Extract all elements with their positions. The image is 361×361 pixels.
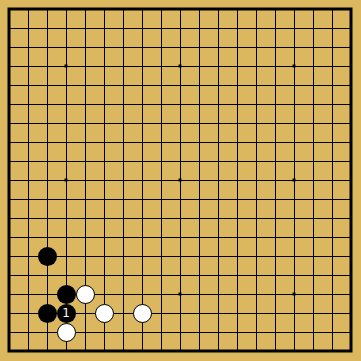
intersection[interactable] (19, 38, 38, 57)
intersection[interactable] (228, 38, 247, 57)
intersection[interactable] (342, 0, 361, 19)
intersection[interactable] (228, 247, 247, 266)
intersection[interactable] (57, 0, 76, 19)
intersection[interactable] (0, 0, 19, 19)
intersection[interactable] (266, 228, 285, 247)
intersection[interactable] (0, 228, 19, 247)
intersection[interactable] (152, 190, 171, 209)
intersection[interactable] (228, 95, 247, 114)
intersection[interactable] (19, 266, 38, 285)
intersection[interactable] (95, 285, 114, 304)
intersection[interactable]: 1 (57, 304, 76, 323)
intersection[interactable] (209, 38, 228, 57)
intersection[interactable] (228, 342, 247, 361)
intersection[interactable] (38, 57, 57, 76)
intersection[interactable] (342, 38, 361, 57)
intersection[interactable] (57, 133, 76, 152)
intersection[interactable] (95, 342, 114, 361)
intersection[interactable] (323, 133, 342, 152)
intersection[interactable] (57, 57, 76, 76)
intersection[interactable] (323, 57, 342, 76)
intersection[interactable] (247, 342, 266, 361)
intersection[interactable] (247, 19, 266, 38)
intersection[interactable] (133, 133, 152, 152)
intersection[interactable] (0, 76, 19, 95)
intersection[interactable] (209, 228, 228, 247)
intersection[interactable] (266, 0, 285, 19)
intersection[interactable] (304, 171, 323, 190)
intersection[interactable] (228, 133, 247, 152)
intersection[interactable] (114, 133, 133, 152)
intersection[interactable] (171, 266, 190, 285)
intersection[interactable] (133, 247, 152, 266)
intersection[interactable] (304, 247, 323, 266)
intersection[interactable] (228, 0, 247, 19)
intersection[interactable] (285, 76, 304, 95)
intersection[interactable] (285, 190, 304, 209)
intersection[interactable] (133, 76, 152, 95)
intersection[interactable] (133, 57, 152, 76)
intersection[interactable] (133, 323, 152, 342)
intersection[interactable] (304, 57, 323, 76)
intersection[interactable] (95, 133, 114, 152)
intersection[interactable] (285, 19, 304, 38)
intersection[interactable] (57, 228, 76, 247)
intersection[interactable] (323, 76, 342, 95)
intersection[interactable] (190, 190, 209, 209)
intersection[interactable] (285, 342, 304, 361)
intersection[interactable] (342, 95, 361, 114)
intersection[interactable] (76, 38, 95, 57)
intersection[interactable] (133, 228, 152, 247)
intersection[interactable] (0, 171, 19, 190)
intersection[interactable] (95, 190, 114, 209)
intersection[interactable] (19, 304, 38, 323)
intersection[interactable] (38, 19, 57, 38)
intersection[interactable] (152, 323, 171, 342)
intersection[interactable] (57, 171, 76, 190)
intersection[interactable] (209, 57, 228, 76)
intersection[interactable] (209, 19, 228, 38)
intersection[interactable] (266, 190, 285, 209)
intersection[interactable] (247, 323, 266, 342)
intersection[interactable] (19, 114, 38, 133)
intersection[interactable] (152, 57, 171, 76)
intersection[interactable] (342, 171, 361, 190)
intersection[interactable] (342, 114, 361, 133)
intersection[interactable] (19, 171, 38, 190)
intersection[interactable] (152, 342, 171, 361)
intersection[interactable] (247, 285, 266, 304)
intersection[interactable] (114, 342, 133, 361)
intersection[interactable] (152, 114, 171, 133)
intersection[interactable] (76, 76, 95, 95)
intersection[interactable] (323, 19, 342, 38)
intersection[interactable] (209, 171, 228, 190)
intersection[interactable] (171, 95, 190, 114)
intersection[interactable] (190, 57, 209, 76)
intersection[interactable] (152, 76, 171, 95)
intersection[interactable] (342, 247, 361, 266)
intersection[interactable] (76, 152, 95, 171)
intersection[interactable] (247, 57, 266, 76)
intersection[interactable] (285, 0, 304, 19)
intersection[interactable] (304, 133, 323, 152)
intersection[interactable] (114, 95, 133, 114)
intersection[interactable] (209, 342, 228, 361)
intersection[interactable] (342, 190, 361, 209)
intersection[interactable] (342, 152, 361, 171)
intersection[interactable] (285, 57, 304, 76)
intersection[interactable] (171, 57, 190, 76)
intersection[interactable] (323, 0, 342, 19)
intersection[interactable] (285, 247, 304, 266)
intersection[interactable] (114, 114, 133, 133)
intersection[interactable] (0, 152, 19, 171)
intersection[interactable] (323, 342, 342, 361)
intersection[interactable] (76, 190, 95, 209)
intersection[interactable] (190, 266, 209, 285)
intersection[interactable] (247, 190, 266, 209)
intersection[interactable] (133, 19, 152, 38)
intersection[interactable] (342, 209, 361, 228)
intersection[interactable] (247, 38, 266, 57)
intersection[interactable] (228, 76, 247, 95)
intersection[interactable] (304, 228, 323, 247)
intersection[interactable] (0, 19, 19, 38)
intersection[interactable] (266, 304, 285, 323)
intersection[interactable] (76, 114, 95, 133)
intersection[interactable] (19, 133, 38, 152)
intersection[interactable] (228, 209, 247, 228)
intersection[interactable] (266, 209, 285, 228)
intersection[interactable] (19, 247, 38, 266)
intersection[interactable] (57, 38, 76, 57)
intersection[interactable] (0, 133, 19, 152)
intersection[interactable] (342, 342, 361, 361)
intersection[interactable] (285, 171, 304, 190)
intersection[interactable] (247, 114, 266, 133)
intersection[interactable] (342, 266, 361, 285)
intersection[interactable] (304, 285, 323, 304)
intersection[interactable] (342, 228, 361, 247)
intersection[interactable] (209, 133, 228, 152)
intersection[interactable] (95, 247, 114, 266)
intersection[interactable] (133, 209, 152, 228)
intersection[interactable] (342, 285, 361, 304)
intersection[interactable] (152, 285, 171, 304)
intersection[interactable] (152, 228, 171, 247)
intersection[interactable] (152, 266, 171, 285)
intersection[interactable] (0, 323, 19, 342)
intersection[interactable] (19, 228, 38, 247)
intersection[interactable] (190, 228, 209, 247)
intersection[interactable] (0, 285, 19, 304)
intersection[interactable] (152, 171, 171, 190)
intersection[interactable] (0, 190, 19, 209)
intersection[interactable] (19, 342, 38, 361)
intersection[interactable] (190, 285, 209, 304)
intersection[interactable] (266, 323, 285, 342)
intersection[interactable] (38, 285, 57, 304)
intersection[interactable] (114, 304, 133, 323)
intersection[interactable] (152, 247, 171, 266)
intersection[interactable] (266, 38, 285, 57)
intersection[interactable] (76, 228, 95, 247)
intersection[interactable] (342, 133, 361, 152)
intersection[interactable] (323, 228, 342, 247)
intersection[interactable] (266, 247, 285, 266)
intersection[interactable] (95, 304, 114, 323)
intersection[interactable] (76, 19, 95, 38)
intersection[interactable] (209, 114, 228, 133)
intersection[interactable] (209, 152, 228, 171)
intersection[interactable] (57, 95, 76, 114)
intersection[interactable] (228, 228, 247, 247)
intersection[interactable] (304, 95, 323, 114)
intersection[interactable] (76, 285, 95, 304)
intersection[interactable] (19, 285, 38, 304)
intersection[interactable] (209, 76, 228, 95)
intersection[interactable] (152, 209, 171, 228)
intersection[interactable] (323, 171, 342, 190)
intersection[interactable] (19, 95, 38, 114)
intersection[interactable] (304, 266, 323, 285)
intersection[interactable] (38, 114, 57, 133)
intersection[interactable] (209, 0, 228, 19)
intersection[interactable] (152, 38, 171, 57)
intersection[interactable] (190, 0, 209, 19)
intersection[interactable] (247, 0, 266, 19)
intersection[interactable] (114, 323, 133, 342)
intersection[interactable] (152, 133, 171, 152)
intersection[interactable] (133, 266, 152, 285)
intersection[interactable] (247, 76, 266, 95)
intersection[interactable] (190, 114, 209, 133)
intersection[interactable] (285, 285, 304, 304)
intersection[interactable] (38, 266, 57, 285)
intersection[interactable] (247, 171, 266, 190)
intersection[interactable] (323, 323, 342, 342)
intersection[interactable] (38, 76, 57, 95)
intersection[interactable] (57, 76, 76, 95)
intersection[interactable] (190, 95, 209, 114)
intersection[interactable] (38, 228, 57, 247)
intersection[interactable] (304, 190, 323, 209)
intersection[interactable] (323, 38, 342, 57)
intersection[interactable] (114, 19, 133, 38)
intersection[interactable] (19, 152, 38, 171)
intersection[interactable] (0, 342, 19, 361)
intersection[interactable] (228, 171, 247, 190)
intersection[interactable] (247, 152, 266, 171)
intersection[interactable] (228, 285, 247, 304)
intersection[interactable] (228, 57, 247, 76)
intersection[interactable] (95, 95, 114, 114)
intersection[interactable] (342, 57, 361, 76)
intersection[interactable] (285, 114, 304, 133)
intersection[interactable] (304, 114, 323, 133)
intersection[interactable] (266, 76, 285, 95)
intersection[interactable] (323, 95, 342, 114)
intersection[interactable] (19, 0, 38, 19)
intersection[interactable] (38, 247, 57, 266)
intersection[interactable] (209, 247, 228, 266)
intersection[interactable] (304, 76, 323, 95)
intersection[interactable] (342, 19, 361, 38)
intersection[interactable] (76, 266, 95, 285)
intersection[interactable] (57, 266, 76, 285)
intersection[interactable] (38, 95, 57, 114)
intersection[interactable] (76, 247, 95, 266)
intersection[interactable] (266, 133, 285, 152)
intersection[interactable] (95, 57, 114, 76)
intersection[interactable] (95, 228, 114, 247)
intersection[interactable] (114, 152, 133, 171)
intersection[interactable] (133, 190, 152, 209)
intersection[interactable] (152, 304, 171, 323)
intersection[interactable] (209, 323, 228, 342)
intersection[interactable] (0, 114, 19, 133)
intersection[interactable] (304, 152, 323, 171)
intersection[interactable] (19, 323, 38, 342)
intersection[interactable] (323, 209, 342, 228)
intersection[interactable] (171, 247, 190, 266)
intersection[interactable] (209, 95, 228, 114)
intersection[interactable] (304, 304, 323, 323)
intersection[interactable] (228, 190, 247, 209)
intersection[interactable] (95, 152, 114, 171)
intersection[interactable] (76, 57, 95, 76)
intersection[interactable] (57, 190, 76, 209)
intersection[interactable] (95, 171, 114, 190)
intersection[interactable] (19, 19, 38, 38)
intersection[interactable] (114, 76, 133, 95)
intersection[interactable] (133, 304, 152, 323)
intersection[interactable] (0, 38, 19, 57)
intersection[interactable] (247, 95, 266, 114)
intersection[interactable] (171, 133, 190, 152)
intersection[interactable] (114, 285, 133, 304)
intersection[interactable] (323, 285, 342, 304)
intersection[interactable] (323, 190, 342, 209)
intersection[interactable] (171, 323, 190, 342)
intersection[interactable] (209, 285, 228, 304)
intersection[interactable] (38, 342, 57, 361)
intersection[interactable] (285, 209, 304, 228)
intersection[interactable] (0, 247, 19, 266)
intersection[interactable] (57, 209, 76, 228)
intersection[interactable] (171, 114, 190, 133)
intersection[interactable] (38, 304, 57, 323)
intersection[interactable] (266, 152, 285, 171)
intersection[interactable] (19, 209, 38, 228)
intersection[interactable] (76, 209, 95, 228)
intersection[interactable] (190, 133, 209, 152)
intersection[interactable] (171, 76, 190, 95)
intersection[interactable] (190, 38, 209, 57)
intersection[interactable] (171, 152, 190, 171)
intersection[interactable] (38, 152, 57, 171)
intersection[interactable] (266, 171, 285, 190)
intersection[interactable] (285, 152, 304, 171)
intersection[interactable] (114, 228, 133, 247)
intersection[interactable] (228, 114, 247, 133)
intersection[interactable] (152, 0, 171, 19)
intersection[interactable] (247, 133, 266, 152)
intersection[interactable] (38, 209, 57, 228)
intersection[interactable] (323, 247, 342, 266)
intersection[interactable] (342, 304, 361, 323)
intersection[interactable] (114, 57, 133, 76)
intersection[interactable] (133, 152, 152, 171)
intersection[interactable] (95, 114, 114, 133)
intersection[interactable] (133, 0, 152, 19)
intersection[interactable] (0, 266, 19, 285)
intersection[interactable] (342, 76, 361, 95)
intersection[interactable] (190, 304, 209, 323)
intersection[interactable] (190, 171, 209, 190)
intersection[interactable] (323, 304, 342, 323)
intersection[interactable] (285, 228, 304, 247)
intersection[interactable] (323, 266, 342, 285)
intersection[interactable] (285, 95, 304, 114)
intersection[interactable] (171, 342, 190, 361)
intersection[interactable] (304, 323, 323, 342)
intersection[interactable] (190, 323, 209, 342)
intersection[interactable] (171, 228, 190, 247)
intersection[interactable] (114, 247, 133, 266)
intersection[interactable] (171, 171, 190, 190)
intersection[interactable] (304, 209, 323, 228)
intersection[interactable] (228, 323, 247, 342)
intersection[interactable] (266, 57, 285, 76)
intersection[interactable] (38, 0, 57, 19)
intersection[interactable] (304, 38, 323, 57)
intersection[interactable] (0, 57, 19, 76)
intersection[interactable] (57, 19, 76, 38)
intersection[interactable] (228, 266, 247, 285)
intersection[interactable] (190, 19, 209, 38)
intersection[interactable] (209, 190, 228, 209)
intersection[interactable] (57, 323, 76, 342)
intersection[interactable] (0, 209, 19, 228)
intersection[interactable] (228, 19, 247, 38)
intersection[interactable] (323, 114, 342, 133)
intersection[interactable] (114, 209, 133, 228)
intersection[interactable] (57, 152, 76, 171)
intersection[interactable] (190, 342, 209, 361)
intersection[interactable] (38, 171, 57, 190)
intersection[interactable] (285, 38, 304, 57)
intersection[interactable] (19, 76, 38, 95)
intersection[interactable] (190, 76, 209, 95)
intersection[interactable] (76, 323, 95, 342)
intersection[interactable] (19, 190, 38, 209)
intersection[interactable] (133, 38, 152, 57)
intersection[interactable] (285, 266, 304, 285)
intersection[interactable] (76, 342, 95, 361)
intersection[interactable] (209, 304, 228, 323)
intersection[interactable] (152, 19, 171, 38)
intersection[interactable] (95, 209, 114, 228)
intersection[interactable] (0, 95, 19, 114)
intersection[interactable] (171, 304, 190, 323)
intersection[interactable] (38, 133, 57, 152)
intersection[interactable] (76, 95, 95, 114)
intersection[interactable] (190, 209, 209, 228)
intersection[interactable] (57, 342, 76, 361)
